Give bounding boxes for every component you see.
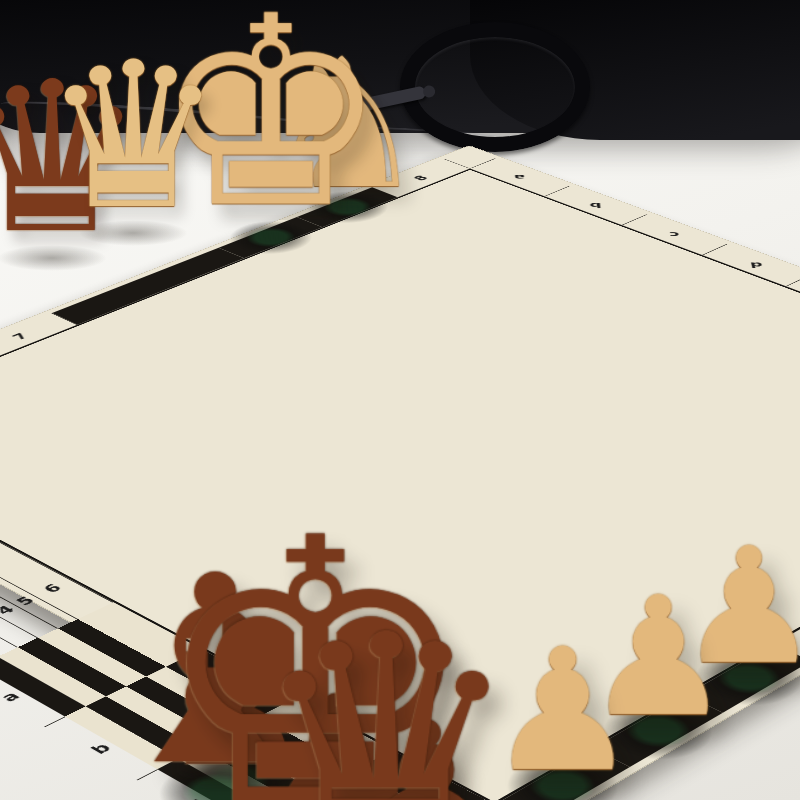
coord-text: d: [749, 261, 763, 269]
coord-text: 6: [39, 581, 66, 594]
coord-text: a: [514, 174, 525, 181]
coord-text: 7: [9, 331, 32, 341]
coord-label-file-c-far: c: [622, 214, 727, 255]
coord-text: 4: [0, 603, 19, 617]
piece-dark-queen: ♛: [250, 595, 522, 800]
coord-label-file-a-far: a: [470, 159, 569, 197]
square-h8: [52, 280, 162, 325]
coord-label-rank-7-far: 7: [0, 313, 77, 360]
offboard-light-queen: ♛: [42, 35, 223, 237]
coord-text: b: [589, 202, 602, 210]
coord-label-file-b-far: b: [544, 186, 646, 225]
square-d8: ♚: [219, 217, 323, 258]
coord-text: c: [669, 231, 680, 239]
coord-label-file-d-far: d: [702, 244, 800, 286]
